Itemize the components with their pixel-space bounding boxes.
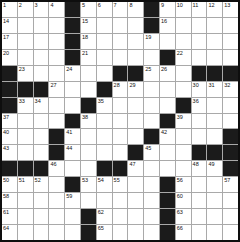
grid-cell[interactable]: 31 bbox=[207, 82, 222, 97]
clue-number: 26 bbox=[161, 66, 167, 73]
grid-cell[interactable]: 46 bbox=[49, 161, 64, 176]
grid-cell[interactable]: 9 bbox=[160, 2, 175, 17]
black-square bbox=[223, 161, 238, 176]
grid-cell[interactable] bbox=[81, 161, 96, 176]
grid-cell[interactable] bbox=[207, 209, 222, 224]
black-square bbox=[2, 161, 17, 176]
clue-number: 17 bbox=[3, 34, 9, 41]
clue-number: 65 bbox=[98, 225, 104, 232]
black-square bbox=[128, 145, 143, 160]
grid-cell[interactable]: 15 bbox=[81, 18, 96, 33]
black-square bbox=[34, 161, 49, 176]
grid-cell[interactable]: 10 bbox=[176, 2, 191, 17]
grid-cell[interactable] bbox=[144, 209, 159, 224]
black-square bbox=[160, 209, 175, 224]
grid-cell[interactable]: 52 bbox=[34, 177, 49, 192]
clue-number: 49 bbox=[208, 161, 214, 168]
grid-cell[interactable] bbox=[176, 34, 191, 49]
clue-number: 38 bbox=[82, 114, 88, 121]
grid-cell[interactable]: 1 bbox=[2, 2, 17, 17]
black-square bbox=[2, 98, 17, 113]
grid-cell[interactable] bbox=[18, 50, 33, 65]
clue-number: 60 bbox=[177, 193, 183, 200]
grid-cell[interactable]: 66 bbox=[176, 225, 191, 240]
black-square bbox=[65, 114, 80, 129]
clue-number: 20 bbox=[3, 50, 9, 57]
grid-cell[interactable]: 50 bbox=[2, 177, 17, 192]
grid-cell[interactable] bbox=[144, 177, 159, 192]
clue-number: 61 bbox=[3, 209, 9, 216]
clue-number: 66 bbox=[177, 225, 183, 232]
clue-number: 33 bbox=[19, 98, 25, 105]
grid-cell[interactable] bbox=[18, 225, 33, 240]
grid-cell[interactable] bbox=[192, 177, 207, 192]
clue-number: 28 bbox=[114, 82, 120, 89]
grid-cell[interactable] bbox=[34, 225, 49, 240]
clue-number: 19 bbox=[145, 34, 151, 41]
clue-number: 12 bbox=[208, 2, 214, 9]
grid-cell[interactable] bbox=[128, 225, 143, 240]
grid-cell[interactable]: 35 bbox=[97, 98, 112, 113]
grid-cell[interactable] bbox=[223, 209, 238, 224]
grid-cell[interactable] bbox=[128, 193, 143, 208]
clue-number: 32 bbox=[224, 82, 230, 89]
grid-cell[interactable] bbox=[113, 98, 128, 113]
clue-number: 31 bbox=[208, 82, 214, 89]
black-square bbox=[113, 66, 128, 81]
black-square bbox=[18, 161, 33, 176]
grid-cell[interactable] bbox=[34, 50, 49, 65]
grid-cell[interactable]: 18 bbox=[81, 34, 96, 49]
grid-cell[interactable] bbox=[223, 98, 238, 113]
grid-cell[interactable] bbox=[81, 82, 96, 97]
grid-cell[interactable] bbox=[49, 66, 64, 81]
black-square bbox=[65, 50, 80, 65]
grid-cell[interactable] bbox=[97, 114, 112, 129]
grid-cell[interactable]: 42 bbox=[160, 129, 175, 144]
grid-cell[interactable] bbox=[113, 145, 128, 160]
grid-cell[interactable]: 20 bbox=[2, 50, 17, 65]
clue-number: 16 bbox=[161, 18, 167, 25]
grid-cell[interactable] bbox=[65, 225, 80, 240]
grid-cell[interactable]: 60 bbox=[176, 193, 191, 208]
clue-number: 3 bbox=[35, 2, 38, 9]
grid-cell[interactable] bbox=[18, 18, 33, 33]
grid-cell[interactable]: 27 bbox=[49, 82, 64, 97]
grid-cell[interactable]: 53 bbox=[81, 177, 96, 192]
grid-cell[interactable]: 56 bbox=[176, 177, 191, 192]
grid-cell[interactable]: 51 bbox=[18, 177, 33, 192]
grid-cell[interactable]: 32 bbox=[223, 82, 238, 97]
black-square bbox=[176, 98, 191, 113]
grid-cell[interactable] bbox=[81, 145, 96, 160]
grid-cell[interactable] bbox=[113, 209, 128, 224]
grid-cell[interactable] bbox=[160, 161, 175, 176]
grid-cell[interactable]: 28 bbox=[113, 82, 128, 97]
grid-cell[interactable]: 30 bbox=[192, 82, 207, 97]
clue-number: 11 bbox=[193, 2, 199, 9]
clue-number: 10 bbox=[177, 2, 183, 9]
grid-cell[interactable] bbox=[49, 98, 64, 113]
grid-cell[interactable]: 58 bbox=[2, 193, 17, 208]
grid-cell[interactable]: 16 bbox=[160, 18, 175, 33]
grid-cell[interactable]: 25 bbox=[144, 66, 159, 81]
clue-number: 41 bbox=[66, 129, 72, 136]
clue-number: 53 bbox=[82, 177, 88, 184]
grid-cell[interactable]: 22 bbox=[176, 50, 191, 65]
grid-cell[interactable]: 13 bbox=[223, 2, 238, 17]
grid-cell[interactable] bbox=[113, 129, 128, 144]
grid-cell[interactable] bbox=[49, 193, 64, 208]
grid-cell[interactable] bbox=[176, 18, 191, 33]
grid-cell[interactable] bbox=[65, 161, 80, 176]
grid-cell[interactable]: 17 bbox=[2, 34, 17, 49]
grid-cell[interactable]: 3 bbox=[34, 2, 49, 17]
grid-cell[interactable]: 65 bbox=[97, 225, 112, 240]
grid-cell[interactable] bbox=[18, 114, 33, 129]
grid-cell[interactable]: 2 bbox=[18, 2, 33, 17]
black-square bbox=[81, 209, 96, 224]
grid-cell[interactable] bbox=[34, 193, 49, 208]
black-square bbox=[144, 18, 159, 33]
grid-cell[interactable] bbox=[192, 34, 207, 49]
black-square bbox=[2, 66, 17, 81]
grid-cell[interactable]: 45 bbox=[144, 145, 159, 160]
grid-cell[interactable]: 39 bbox=[176, 114, 191, 129]
grid-cell[interactable]: 12 bbox=[207, 2, 222, 17]
black-square bbox=[144, 129, 159, 144]
clue-number: 14 bbox=[3, 18, 9, 25]
grid-cell[interactable] bbox=[18, 34, 33, 49]
grid-cell[interactable] bbox=[128, 177, 143, 192]
clue-number: 63 bbox=[177, 209, 183, 216]
grid-cell[interactable]: 41 bbox=[65, 129, 80, 144]
grid-cell[interactable]: 26 bbox=[160, 66, 175, 81]
grid-cell[interactable]: 8 bbox=[128, 2, 143, 17]
grid-cell[interactable] bbox=[97, 145, 112, 160]
black-square bbox=[223, 145, 238, 160]
grid-cell[interactable]: 37 bbox=[2, 114, 17, 129]
grid-cell[interactable] bbox=[49, 225, 64, 240]
grid-cell[interactable] bbox=[18, 129, 33, 144]
grid-cell[interactable]: 6 bbox=[97, 2, 112, 17]
grid-cell[interactable] bbox=[207, 18, 222, 33]
clue-number: 54 bbox=[98, 177, 104, 184]
grid-cell[interactable] bbox=[34, 129, 49, 144]
grid-cell[interactable] bbox=[49, 177, 64, 192]
grid-cell[interactable] bbox=[128, 209, 143, 224]
clue-number: 27 bbox=[50, 82, 56, 89]
clue-number: 25 bbox=[145, 66, 151, 73]
clue-number: 34 bbox=[35, 98, 41, 105]
clue-number: 48 bbox=[193, 161, 199, 168]
grid-cell[interactable] bbox=[97, 50, 112, 65]
clue-number: 29 bbox=[129, 82, 135, 89]
grid-cell[interactable] bbox=[144, 225, 159, 240]
grid-cell[interactable] bbox=[160, 34, 175, 49]
clue-number: 21 bbox=[82, 50, 88, 57]
grid-cell[interactable] bbox=[97, 193, 112, 208]
grid-cell[interactable] bbox=[207, 177, 222, 192]
grid-cell[interactable]: 59 bbox=[65, 193, 80, 208]
grid-cell[interactable] bbox=[18, 209, 33, 224]
grid-cell[interactable]: 36 bbox=[192, 98, 207, 113]
grid-cell[interactable] bbox=[192, 50, 207, 65]
grid-cell[interactable]: 21 bbox=[81, 50, 96, 65]
clue-number: 56 bbox=[177, 177, 183, 184]
grid-cell[interactable]: 23 bbox=[18, 66, 33, 81]
grid-cell[interactable] bbox=[176, 66, 191, 81]
grid-cell[interactable] bbox=[18, 193, 33, 208]
black-square bbox=[160, 177, 175, 192]
grid-cell[interactable] bbox=[176, 82, 191, 97]
grid-cell[interactable] bbox=[192, 225, 207, 240]
clue-number: 23 bbox=[19, 66, 25, 73]
clue-number: 44 bbox=[66, 145, 72, 152]
grid-cell[interactable] bbox=[113, 34, 128, 49]
black-square bbox=[65, 177, 80, 192]
grid-cell[interactable] bbox=[207, 193, 222, 208]
grid-cell[interactable]: 64 bbox=[2, 225, 17, 240]
black-square bbox=[97, 82, 112, 97]
clue-number: 8 bbox=[129, 2, 132, 9]
grid-cell[interactable] bbox=[128, 129, 143, 144]
grid-cell[interactable] bbox=[223, 18, 238, 33]
grid-cell[interactable] bbox=[18, 145, 33, 160]
grid-cell[interactable] bbox=[192, 209, 207, 224]
clue-number: 64 bbox=[3, 225, 9, 232]
grid-cell[interactable] bbox=[128, 114, 143, 129]
grid-cell[interactable] bbox=[97, 18, 112, 33]
black-square bbox=[65, 34, 80, 49]
grid-cell[interactable] bbox=[192, 18, 207, 33]
grid-cell[interactable] bbox=[160, 145, 175, 160]
grid-cell[interactable] bbox=[49, 114, 64, 129]
clue-number: 55 bbox=[114, 177, 120, 184]
grid-cell[interactable]: 40 bbox=[2, 129, 17, 144]
grid-cell[interactable]: 33 bbox=[18, 98, 33, 113]
grid-cell[interactable]: 24 bbox=[65, 66, 80, 81]
grid-cell[interactable] bbox=[223, 50, 238, 65]
crossword-board: 1234567891011121314151617181920212223242… bbox=[0, 0, 240, 242]
clue-number: 39 bbox=[177, 114, 183, 121]
clue-number: 13 bbox=[224, 2, 230, 9]
grid-cell[interactable] bbox=[113, 18, 128, 33]
grid-cell[interactable] bbox=[97, 34, 112, 49]
black-square bbox=[192, 145, 207, 160]
grid-cell[interactable] bbox=[49, 18, 64, 33]
grid-cell[interactable]: 61 bbox=[2, 209, 17, 224]
grid-cell[interactable] bbox=[192, 129, 207, 144]
grid-cell[interactable]: 48 bbox=[192, 161, 207, 176]
grid-cell[interactable] bbox=[144, 98, 159, 113]
grid-cell[interactable] bbox=[223, 34, 238, 49]
grid-cell[interactable] bbox=[34, 209, 49, 224]
black-square bbox=[34, 82, 49, 97]
grid-cell[interactable]: 47 bbox=[128, 161, 143, 176]
black-square bbox=[97, 161, 112, 176]
clue-number: 2 bbox=[19, 2, 22, 9]
clue-number: 62 bbox=[98, 209, 104, 216]
clue-number: 43 bbox=[3, 145, 9, 152]
grid-cell[interactable] bbox=[81, 193, 96, 208]
clue-number: 7 bbox=[114, 2, 117, 9]
grid-cell[interactable]: 57 bbox=[223, 177, 238, 192]
grid-cell[interactable] bbox=[65, 209, 80, 224]
black-square bbox=[160, 225, 175, 240]
grid-cell[interactable]: 44 bbox=[65, 145, 80, 160]
clue-number: 4 bbox=[50, 2, 53, 9]
clue-number: 47 bbox=[129, 161, 135, 168]
clue-number: 37 bbox=[3, 114, 9, 121]
grid-cell[interactable] bbox=[176, 161, 191, 176]
clue-number: 42 bbox=[161, 129, 167, 136]
black-square bbox=[65, 2, 80, 17]
clue-number: 52 bbox=[35, 177, 41, 184]
grid-cell[interactable] bbox=[223, 114, 238, 129]
grid-cell[interactable]: 5 bbox=[81, 2, 96, 17]
grid-cell[interactable] bbox=[65, 98, 80, 113]
clue-number: 57 bbox=[224, 177, 230, 184]
grid-cell[interactable]: 11 bbox=[192, 2, 207, 17]
black-square bbox=[223, 129, 238, 144]
black-square bbox=[192, 66, 207, 81]
clue-number: 1 bbox=[3, 2, 6, 9]
black-square bbox=[128, 66, 143, 81]
grid-cell[interactable] bbox=[34, 34, 49, 49]
grid-cell[interactable] bbox=[34, 18, 49, 33]
grid-cell[interactable] bbox=[223, 193, 238, 208]
clue-number: 50 bbox=[3, 177, 9, 184]
grid-cell[interactable] bbox=[223, 225, 238, 240]
grid-cell[interactable] bbox=[49, 209, 64, 224]
clue-number: 6 bbox=[98, 2, 101, 9]
grid-cell[interactable] bbox=[128, 18, 143, 33]
clue-number: 51 bbox=[19, 177, 25, 184]
grid-cell[interactable]: 54 bbox=[97, 177, 112, 192]
clue-number: 5 bbox=[82, 2, 85, 9]
grid-cell[interactable]: 43 bbox=[2, 145, 17, 160]
grid-cell[interactable] bbox=[176, 129, 191, 144]
clue-number: 35 bbox=[98, 98, 104, 105]
grid-cell[interactable] bbox=[49, 34, 64, 49]
grid-cell[interactable]: 62 bbox=[97, 209, 112, 224]
grid-cell[interactable] bbox=[144, 161, 159, 176]
grid-cell[interactable] bbox=[49, 50, 64, 65]
grid-cell[interactable] bbox=[207, 98, 222, 113]
grid-cell[interactable] bbox=[81, 66, 96, 81]
grid-cell[interactable] bbox=[207, 225, 222, 240]
clue-number: 40 bbox=[3, 129, 9, 136]
black-square bbox=[207, 66, 222, 81]
clue-number: 22 bbox=[177, 50, 183, 57]
black-square bbox=[49, 145, 64, 160]
grid-cell[interactable] bbox=[144, 114, 159, 129]
grid-cell[interactable] bbox=[160, 82, 175, 97]
grid-cell[interactable] bbox=[113, 193, 128, 208]
black-square bbox=[160, 114, 175, 129]
grid-cell[interactable]: 34 bbox=[34, 98, 49, 113]
grid-cell[interactable] bbox=[81, 129, 96, 144]
grid-cell[interactable] bbox=[113, 225, 128, 240]
grid-cell[interactable]: 55 bbox=[113, 177, 128, 192]
clue-number: 15 bbox=[82, 18, 88, 25]
grid-cell[interactable] bbox=[144, 193, 159, 208]
clue-number: 24 bbox=[66, 66, 72, 73]
black-square bbox=[207, 145, 222, 160]
black-square bbox=[160, 50, 175, 65]
clue-number: 58 bbox=[3, 193, 9, 200]
grid-cell[interactable] bbox=[128, 50, 143, 65]
black-square bbox=[2, 82, 17, 97]
grid-cell[interactable] bbox=[128, 98, 143, 113]
clue-number: 18 bbox=[82, 34, 88, 41]
black-square bbox=[65, 18, 80, 33]
grid-cell[interactable] bbox=[34, 66, 49, 81]
grid-cell[interactable] bbox=[144, 82, 159, 97]
grid-cell[interactable] bbox=[207, 129, 222, 144]
black-square bbox=[223, 66, 238, 81]
grid-cell[interactable]: 63 bbox=[176, 209, 191, 224]
grid-cell[interactable] bbox=[144, 50, 159, 65]
grid-cell[interactable] bbox=[207, 34, 222, 49]
grid-cell[interactable]: 7 bbox=[113, 2, 128, 17]
black-square bbox=[81, 98, 96, 113]
clue-number: 46 bbox=[50, 161, 56, 168]
grid-cell[interactable]: 49 bbox=[207, 161, 222, 176]
grid-cell[interactable] bbox=[113, 114, 128, 129]
grid-cell[interactable] bbox=[113, 50, 128, 65]
clue-number: 36 bbox=[193, 98, 199, 105]
black-square bbox=[81, 225, 96, 240]
clue-number: 59 bbox=[66, 193, 72, 200]
grid-cell[interactable] bbox=[176, 145, 191, 160]
grid-cell[interactable]: 14 bbox=[2, 18, 17, 33]
grid-cell[interactable] bbox=[160, 98, 175, 113]
black-square bbox=[18, 82, 33, 97]
grid-cell[interactable]: 29 bbox=[128, 82, 143, 97]
black-square bbox=[49, 129, 64, 144]
clue-number: 45 bbox=[145, 145, 151, 152]
grid-cell[interactable]: 19 bbox=[144, 34, 159, 49]
grid-cell[interactable] bbox=[65, 82, 80, 97]
black-square bbox=[160, 193, 175, 208]
grid-cell[interactable] bbox=[97, 66, 112, 81]
grid-cell[interactable] bbox=[192, 193, 207, 208]
grid-cell[interactable] bbox=[207, 50, 222, 65]
grid-cell[interactable] bbox=[128, 34, 143, 49]
grid-cell[interactable] bbox=[97, 129, 112, 144]
clue-number: 30 bbox=[193, 82, 199, 89]
grid-cell[interactable] bbox=[34, 145, 49, 160]
grid-cell[interactable] bbox=[192, 114, 207, 129]
clue-number: 9 bbox=[161, 2, 164, 9]
black-square bbox=[113, 161, 128, 176]
black-square bbox=[144, 2, 159, 17]
grid-cell[interactable] bbox=[207, 114, 222, 129]
grid-cell[interactable]: 4 bbox=[49, 2, 64, 17]
grid-cell[interactable]: 38 bbox=[81, 114, 96, 129]
grid-cell[interactable] bbox=[34, 114, 49, 129]
